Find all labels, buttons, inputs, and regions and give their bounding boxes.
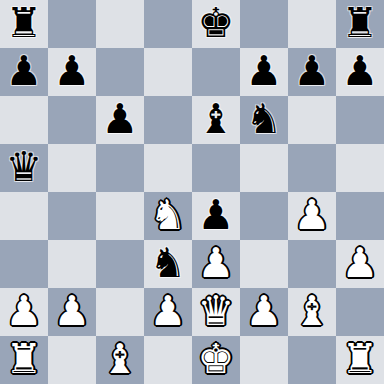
piece-black-pawn[interactable]: ♟	[342, 47, 379, 95]
square-e8[interactable]: ♚	[192, 0, 240, 48]
square-c3[interactable]	[96, 240, 144, 288]
piece-black-pawn[interactable]: ♟	[6, 47, 43, 95]
square-c4[interactable]	[96, 192, 144, 240]
square-b5[interactable]	[48, 144, 96, 192]
square-g8[interactable]	[288, 0, 336, 48]
square-h8[interactable]: ♜	[336, 0, 384, 48]
square-g2[interactable]: ♝	[288, 288, 336, 336]
piece-black-bishop[interactable]: ♝	[198, 95, 235, 143]
piece-black-pawn[interactable]: ♟	[198, 191, 235, 239]
square-c7[interactable]	[96, 48, 144, 96]
square-g1[interactable]	[288, 336, 336, 384]
square-d7[interactable]	[144, 48, 192, 96]
square-g6[interactable]	[288, 96, 336, 144]
piece-black-knight[interactable]: ♞	[246, 95, 283, 143]
square-b6[interactable]	[48, 96, 96, 144]
square-d2[interactable]: ♟	[144, 288, 192, 336]
square-f7[interactable]: ♟	[240, 48, 288, 96]
square-e5[interactable]	[192, 144, 240, 192]
piece-white-knight[interactable]: ♞	[150, 191, 187, 239]
square-c8[interactable]	[96, 0, 144, 48]
square-f8[interactable]	[240, 0, 288, 48]
piece-black-pawn[interactable]: ♟	[54, 47, 91, 95]
piece-white-rook[interactable]: ♜	[6, 335, 43, 383]
square-e6[interactable]: ♝	[192, 96, 240, 144]
piece-white-pawn[interactable]: ♟	[198, 239, 235, 287]
square-e3[interactable]: ♟	[192, 240, 240, 288]
square-e1[interactable]: ♚	[192, 336, 240, 384]
piece-white-pawn[interactable]: ♟	[54, 287, 91, 335]
square-a6[interactable]	[0, 96, 48, 144]
square-h5[interactable]	[336, 144, 384, 192]
piece-white-pawn[interactable]: ♟	[342, 239, 379, 287]
square-a7[interactable]: ♟	[0, 48, 48, 96]
square-b3[interactable]	[48, 240, 96, 288]
square-g3[interactable]	[288, 240, 336, 288]
square-h6[interactable]	[336, 96, 384, 144]
square-b2[interactable]: ♟	[48, 288, 96, 336]
square-b1[interactable]	[48, 336, 96, 384]
square-g7[interactable]: ♟	[288, 48, 336, 96]
square-c1[interactable]: ♝	[96, 336, 144, 384]
piece-white-pawn[interactable]: ♟	[150, 287, 187, 335]
piece-white-pawn[interactable]: ♟	[246, 287, 283, 335]
square-d4[interactable]: ♞	[144, 192, 192, 240]
piece-black-pawn[interactable]: ♟	[102, 95, 139, 143]
square-h2[interactable]	[336, 288, 384, 336]
piece-white-queen[interactable]: ♛	[198, 287, 235, 335]
piece-white-king[interactable]: ♚	[198, 335, 235, 383]
square-h4[interactable]	[336, 192, 384, 240]
square-c6[interactable]: ♟	[96, 96, 144, 144]
square-h1[interactable]: ♜	[336, 336, 384, 384]
square-e7[interactable]	[192, 48, 240, 96]
square-g4[interactable]: ♟	[288, 192, 336, 240]
square-b4[interactable]	[48, 192, 96, 240]
square-g5[interactable]	[288, 144, 336, 192]
square-d6[interactable]	[144, 96, 192, 144]
piece-white-pawn[interactable]: ♟	[294, 191, 331, 239]
square-d5[interactable]	[144, 144, 192, 192]
piece-white-bishop[interactable]: ♝	[294, 287, 331, 335]
square-f1[interactable]	[240, 336, 288, 384]
piece-white-bishop[interactable]: ♝	[102, 335, 139, 383]
piece-black-pawn[interactable]: ♟	[294, 47, 331, 95]
square-h7[interactable]: ♟	[336, 48, 384, 96]
square-f2[interactable]: ♟	[240, 288, 288, 336]
chess-board: ♜♚♜♟♟♟♟♟♟♝♞♛♞♟♟♞♟♟♟♟♟♛♟♝♜♝♚♜	[0, 0, 384, 384]
square-e4[interactable]: ♟	[192, 192, 240, 240]
square-c5[interactable]	[96, 144, 144, 192]
square-e2[interactable]: ♛	[192, 288, 240, 336]
square-a1[interactable]: ♜	[0, 336, 48, 384]
square-a8[interactable]: ♜	[0, 0, 48, 48]
square-h3[interactable]: ♟	[336, 240, 384, 288]
piece-black-rook[interactable]: ♜	[342, 0, 379, 47]
square-a3[interactable]	[0, 240, 48, 288]
piece-black-pawn[interactable]: ♟	[246, 47, 283, 95]
square-a2[interactable]: ♟	[0, 288, 48, 336]
piece-white-pawn[interactable]: ♟	[6, 287, 43, 335]
piece-white-rook[interactable]: ♜	[342, 335, 379, 383]
square-d8[interactable]	[144, 0, 192, 48]
square-d3[interactable]: ♞	[144, 240, 192, 288]
piece-black-queen[interactable]: ♛	[6, 143, 43, 191]
square-f6[interactable]: ♞	[240, 96, 288, 144]
square-c2[interactable]	[96, 288, 144, 336]
square-b7[interactable]: ♟	[48, 48, 96, 96]
square-a5[interactable]: ♛	[0, 144, 48, 192]
square-f4[interactable]	[240, 192, 288, 240]
piece-black-king[interactable]: ♚	[198, 0, 235, 47]
square-f3[interactable]	[240, 240, 288, 288]
square-b8[interactable]	[48, 0, 96, 48]
square-a4[interactable]	[0, 192, 48, 240]
square-f5[interactable]	[240, 144, 288, 192]
piece-black-knight[interactable]: ♞	[150, 239, 187, 287]
piece-black-rook[interactable]: ♜	[6, 0, 43, 47]
square-d1[interactable]	[144, 336, 192, 384]
